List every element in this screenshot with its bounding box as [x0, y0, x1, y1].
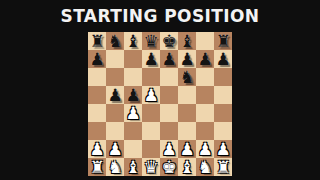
page-title: STARTING POSITION	[0, 5, 320, 27]
square-f3[interactable]	[178, 122, 196, 140]
square-f6[interactable]: ♞	[178, 68, 196, 86]
square-a3[interactable]	[88, 122, 106, 140]
square-h6[interactable]	[214, 68, 232, 86]
square-g2[interactable]: ♟	[196, 140, 214, 158]
square-f7[interactable]: ♟	[178, 50, 196, 68]
white-pawn-icon: ♟	[142, 86, 160, 104]
black-knight-icon: ♞	[106, 32, 124, 50]
square-c5[interactable]: ♟	[124, 86, 142, 104]
square-a6[interactable]	[88, 68, 106, 86]
square-g7[interactable]: ♟	[196, 50, 214, 68]
square-b8[interactable]: ♞	[106, 32, 124, 50]
square-f4[interactable]	[178, 104, 196, 122]
white-rook-icon: ♜	[214, 158, 232, 176]
square-f5[interactable]	[178, 86, 196, 104]
square-d1[interactable]: ♛	[142, 158, 160, 176]
square-d6[interactable]	[142, 68, 160, 86]
square-b5[interactable]: ♟	[106, 86, 124, 104]
square-c2[interactable]	[124, 140, 142, 158]
white-pawn-icon: ♟	[124, 104, 142, 122]
black-pawn-icon: ♟	[124, 86, 142, 104]
square-g6[interactable]	[196, 68, 214, 86]
square-e2[interactable]: ♟	[160, 140, 178, 158]
white-bishop-icon: ♝	[178, 158, 196, 176]
square-e8[interactable]: ♚	[160, 32, 178, 50]
square-a4[interactable]	[88, 104, 106, 122]
white-pawn-icon: ♟	[196, 140, 214, 158]
black-king-icon: ♚	[160, 32, 178, 50]
square-c8[interactable]: ♝	[124, 32, 142, 50]
square-h3[interactable]	[214, 122, 232, 140]
square-h8[interactable]: ♜	[214, 32, 232, 50]
square-e1[interactable]: ♚	[160, 158, 178, 176]
square-e3[interactable]	[160, 122, 178, 140]
square-h4[interactable]	[214, 104, 232, 122]
square-g4[interactable]	[196, 104, 214, 122]
black-pawn-icon: ♟	[106, 86, 124, 104]
square-c3[interactable]	[124, 122, 142, 140]
white-pawn-icon: ♟	[214, 140, 232, 158]
square-a8[interactable]: ♜	[88, 32, 106, 50]
square-g5[interactable]	[196, 86, 214, 104]
black-bishop-icon: ♝	[124, 32, 142, 50]
black-pawn-icon: ♟	[142, 50, 160, 68]
square-e7[interactable]: ♟	[160, 50, 178, 68]
square-d8[interactable]: ♛	[142, 32, 160, 50]
square-d2[interactable]	[142, 140, 160, 158]
square-h2[interactable]: ♟	[214, 140, 232, 158]
white-bishop-icon: ♝	[124, 158, 142, 176]
chess-board: ♜♞♝♛♚♝♜♟♟♟♟♟♟♞♟♟♟♟♟♟♟♟♟♟♜♞♝♛♚♝♞♜	[88, 32, 232, 176]
square-f1[interactable]: ♝	[178, 158, 196, 176]
thumbnail-stage: STARTING POSITION ♜♞♝♛♚♝♜♟♟♟♟♟♟♞♟♟♟♟♟♟♟♟…	[0, 0, 320, 180]
white-rook-icon: ♜	[88, 158, 106, 176]
square-d4[interactable]	[142, 104, 160, 122]
square-g1[interactable]: ♞	[196, 158, 214, 176]
black-pawn-icon: ♟	[178, 50, 196, 68]
square-h7[interactable]: ♟	[214, 50, 232, 68]
square-b7[interactable]	[106, 50, 124, 68]
square-a2[interactable]: ♟	[88, 140, 106, 158]
white-knight-icon: ♞	[106, 158, 124, 176]
square-b2[interactable]: ♟	[106, 140, 124, 158]
square-c4[interactable]: ♟	[124, 104, 142, 122]
square-b1[interactable]: ♞	[106, 158, 124, 176]
square-b4[interactable]	[106, 104, 124, 122]
black-rook-icon: ♜	[88, 32, 106, 50]
square-f2[interactable]: ♟	[178, 140, 196, 158]
white-queen-icon: ♛	[142, 158, 160, 176]
square-g3[interactable]	[196, 122, 214, 140]
square-c1[interactable]: ♝	[124, 158, 142, 176]
square-e4[interactable]	[160, 104, 178, 122]
square-g8[interactable]	[196, 32, 214, 50]
white-pawn-icon: ♟	[88, 140, 106, 158]
square-c6[interactable]	[124, 68, 142, 86]
square-h5[interactable]	[214, 86, 232, 104]
square-c7[interactable]	[124, 50, 142, 68]
black-pawn-icon: ♟	[196, 50, 214, 68]
square-e6[interactable]	[160, 68, 178, 86]
square-b6[interactable]	[106, 68, 124, 86]
square-f8[interactable]: ♝	[178, 32, 196, 50]
square-h1[interactable]: ♜	[214, 158, 232, 176]
square-a7[interactable]: ♟	[88, 50, 106, 68]
black-bishop-icon: ♝	[178, 32, 196, 50]
white-pawn-icon: ♟	[160, 140, 178, 158]
black-rook-icon: ♜	[214, 32, 232, 50]
square-d3[interactable]	[142, 122, 160, 140]
square-d5[interactable]: ♟	[142, 86, 160, 104]
black-pawn-icon: ♟	[214, 50, 232, 68]
white-pawn-icon: ♟	[178, 140, 196, 158]
square-e5[interactable]	[160, 86, 178, 104]
white-knight-icon: ♞	[196, 158, 214, 176]
black-pawn-icon: ♟	[160, 50, 178, 68]
black-queen-icon: ♛	[142, 32, 160, 50]
black-pawn-icon: ♟	[88, 50, 106, 68]
black-knight-icon: ♞	[178, 68, 196, 86]
white-pawn-icon: ♟	[106, 140, 124, 158]
square-a5[interactable]	[88, 86, 106, 104]
white-king-icon: ♚	[160, 158, 178, 176]
square-a1[interactable]: ♜	[88, 158, 106, 176]
square-d7[interactable]: ♟	[142, 50, 160, 68]
square-b3[interactable]	[106, 122, 124, 140]
